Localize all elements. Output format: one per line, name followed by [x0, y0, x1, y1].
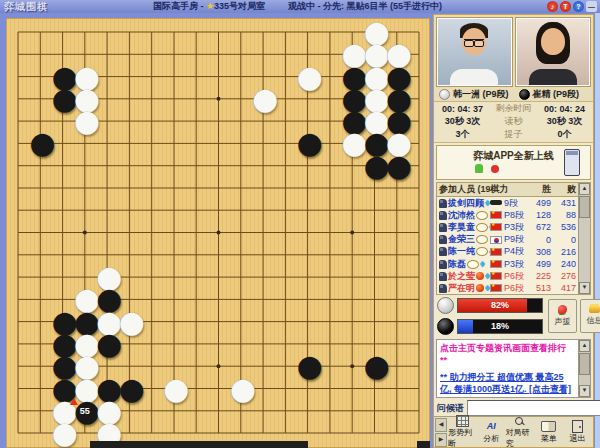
cheer-button[interactable]: 声援: [548, 299, 577, 333]
room-name: 335号对局室: [214, 1, 265, 11]
collapse-right-icon[interactable]: ▶: [435, 433, 447, 447]
star-icon: ★: [206, 1, 214, 11]
toolbar-button-label: 菜单: [541, 433, 557, 444]
black-stone-icon: [519, 89, 530, 100]
speech-bubble-icon: [476, 223, 488, 232]
glasses: [464, 39, 484, 46]
go-board[interactable]: ●●●●●●●●●●●●●●●●●●●●●●●●●●●●●●●●●●●●●●●●…: [6, 18, 430, 448]
window-buttons: ♪T?—: [547, 1, 597, 12]
participant-rank: P9段: [504, 233, 524, 246]
sunglasses-icon: [490, 201, 502, 205]
black-vote-pct: 18%: [458, 320, 542, 333]
speech-bubble-icon: [476, 211, 488, 220]
board-grid: [6, 18, 430, 448]
loss-count: 417: [551, 283, 578, 293]
exit-icon: [572, 420, 583, 433]
thumb-icon: [439, 235, 447, 244]
participant-rank: P3段: [504, 258, 524, 271]
white-byoyomi: 30秒 3次: [434, 115, 491, 128]
participant-rank: P4段: [504, 245, 524, 258]
scroll-up-icon[interactable]: ▲: [579, 340, 590, 352]
ball-icon: [476, 284, 484, 292]
toolbar-button-menu[interactable]: 菜单: [534, 419, 563, 446]
gem-icon: ♦: [480, 259, 485, 269]
loss-count: 216: [551, 247, 578, 257]
col-participants: 参加人员 (196): [437, 183, 490, 196]
black-vote-bar: 18%: [457, 319, 543, 334]
participant-header: 参加人员 (196) 棋力 胜 败: [437, 183, 578, 197]
participant-rank: 9段: [504, 197, 518, 210]
participant-name: 拔剑四顾: [448, 197, 484, 210]
toolbar-button-ai[interactable]: AI分析: [477, 419, 506, 446]
loss-count: 240: [551, 259, 578, 269]
white-player-photo: [437, 18, 512, 86]
button-label: 信息: [587, 315, 600, 326]
title-bar: 弈城围棋 国际高手房 - ★335号对局室 观战中 - 分先: 黑贴6目半 (5…: [0, 0, 600, 13]
white-ball-icon: [437, 297, 454, 314]
scroll-up-icon[interactable]: ▲: [579, 183, 590, 195]
window-frame-edge: [595, 13, 600, 448]
phone-icon: [564, 149, 580, 176]
white-captures: 3个: [434, 128, 491, 141]
room-prefix: 国际高手房 -: [153, 1, 204, 11]
toolbar-button-label: 退出: [570, 433, 586, 444]
thumb-icon: [439, 223, 447, 232]
android-icon: [475, 164, 483, 173]
grid-icon: [456, 415, 469, 427]
loss-count: 276: [551, 271, 578, 281]
black-player: 崔精 (P9段): [514, 88, 594, 101]
participant-rank: P6段: [504, 282, 524, 294]
kr-flag-icon: [490, 236, 502, 244]
button-label: 声援: [555, 316, 571, 327]
participant-row[interactable]: 拔剑四顾♦9段499431: [437, 197, 578, 209]
chat-input[interactable]: [467, 400, 600, 416]
loss-count: 431: [551, 198, 578, 208]
participant-scrollbar[interactable]: ▲ ▼: [578, 183, 590, 294]
loss-count: 536: [551, 222, 578, 232]
black-ball-icon: [437, 318, 454, 335]
thumb-icon: [439, 260, 447, 269]
win-count: 0: [526, 235, 551, 245]
scroll-down-icon[interactable]: ▼: [579, 282, 590, 294]
win-count: 225: [526, 271, 551, 281]
time-label: 剩余时间: [491, 102, 536, 115]
apple-icon: [491, 165, 499, 173]
win-count: 513: [526, 283, 551, 293]
participant-rank: P6段: [504, 270, 524, 283]
white-player: 韩一洲 (P9段): [434, 88, 514, 101]
participant-row[interactable]: 沈沛然P8段12888: [437, 209, 578, 221]
sound-icon[interactable]: ♪: [547, 1, 558, 12]
scroll-thumb[interactable]: [579, 196, 590, 218]
col-loss: 败: [551, 183, 578, 196]
black-player-name: 崔精 (P9段): [533, 88, 580, 101]
loss-count: 88: [551, 210, 578, 220]
win-count: 499: [526, 259, 551, 269]
white-stone-icon: [439, 89, 450, 100]
byoyomi-label: 读秒: [491, 115, 536, 128]
menu-icon: [541, 421, 556, 432]
participant-row[interactable]: 李昊童♦P3段672536: [437, 221, 578, 233]
speech-bubble-icon: [476, 235, 488, 244]
toolbar-button-label: 对局研究: [506, 427, 535, 448]
player-photos: [434, 15, 593, 87]
game-status: 观战中 - 分先: 黑贴6目半 (55手进行中): [288, 1, 442, 11]
win-count: 672: [526, 222, 551, 232]
win-count: 499: [526, 198, 551, 208]
participant-name: 金荣三: [448, 233, 475, 246]
app-logo: 弈城围棋: [4, 0, 48, 14]
notice-text: 点击主页专题资讯画面查看排行 **: [440, 342, 575, 366]
toolbar-button-exit[interactable]: 退出: [563, 419, 592, 446]
thumb-icon: [439, 199, 447, 208]
ticker-icon[interactable]: T: [560, 1, 571, 12]
bottom-toolbar: ◀ ▶ 形势判断AI分析对局研究菜单退出: [434, 416, 593, 447]
win-count: 128: [526, 210, 551, 220]
col-rank: 棋力: [490, 183, 526, 196]
clock-panel: 00: 04: 37 剩余时间 00: 04: 24 30秒 3次 读秒 30秒…: [434, 102, 593, 143]
black-captures: 0个: [536, 128, 593, 141]
cn-flag-icon: [490, 211, 502, 219]
white-time: 00: 04: 37: [434, 104, 491, 114]
participant-name: 严在明: [448, 282, 475, 294]
thumb-icon: [439, 211, 447, 220]
notice-board: 点击主页专题资讯画面查看排行 **** 助力押分王 超值优惠 最高25亿, 每满…: [436, 339, 591, 398]
participant-list: 参加人员 (196) 棋力 胜 败 拔剑四顾♦9段499431沈沛然P8段128…: [436, 182, 591, 295]
col-win: 胜: [526, 183, 551, 196]
black-time: 00: 04: 24: [536, 104, 593, 114]
taskbar-fragment: [90, 441, 308, 448]
participant-rank: P8段: [504, 209, 524, 222]
minimize-icon[interactable]: —: [586, 1, 597, 12]
black-vote-row: 18%: [437, 318, 543, 335]
scroll-down-icon[interactable]: ▼: [579, 385, 590, 397]
white-vote-bar: 82%: [457, 298, 543, 313]
speech-bubble-icon: [467, 260, 479, 269]
cn-flag-icon: [490, 248, 502, 256]
info-button[interactable]: 信息: [580, 299, 600, 333]
help-icon[interactable]: ?: [573, 1, 584, 12]
toolbar-button-study[interactable]: 对局研究: [506, 419, 535, 446]
black-player-photo: [516, 18, 591, 86]
vote-panel: 82% 18% 声援信息押分: [434, 295, 593, 337]
white-player-name: 韩一洲 (P9段): [453, 88, 509, 101]
thumb-icon: [439, 284, 447, 293]
participant-name: 陈磊: [448, 258, 466, 271]
thumb-icon: [439, 247, 447, 256]
toolbar-button-grid[interactable]: 形势判断: [448, 419, 477, 446]
app-promo-banner[interactable]: 弈城APP全新上线: [436, 145, 591, 180]
participant-row[interactable]: 严在明♦P6段513417: [437, 282, 578, 294]
white-vote-row: 82%: [437, 297, 543, 314]
white-vote-pct: 82%: [458, 299, 542, 312]
window-title: 国际高手房 - ★335号对局室 观战中 - 分先: 黑贴6目半 (55手进行中…: [48, 0, 547, 13]
cn-flag-icon: [490, 223, 502, 231]
ball-icon: [476, 272, 484, 280]
participant-name: 於之莹: [448, 270, 475, 283]
collapse-left-icon[interactable]: ◀: [435, 418, 447, 432]
toolbar-button-label: 形势判断: [448, 427, 477, 448]
notice-link[interactable]: ** 助力押分王 超值优惠 最高25亿, 每满1000再送1亿. [点击查看] …: [440, 371, 575, 397]
participant-name: 李昊童: [448, 221, 475, 234]
cn-flag-icon: [490, 284, 502, 292]
participant-row[interactable]: 於之莹♦P6段225276: [437, 270, 578, 282]
scroll-thumb[interactable]: [579, 353, 590, 375]
game-info-panel: 韩一洲 (P9段) 崔精 (P9段) 00: 04: 37 剩余时间 00: 0…: [433, 14, 594, 448]
win-count: 308: [526, 247, 551, 257]
thumb-icon: [439, 272, 447, 281]
loss-count: 0: [551, 235, 578, 245]
taskbar-fragment: [417, 441, 430, 448]
cn-flag-icon: [490, 272, 502, 280]
speech-bubble-icon: [476, 247, 488, 256]
player-names: 韩一洲 (P9段) 崔精 (P9段): [434, 87, 593, 102]
study-icon: [514, 416, 526, 426]
participant-rank: P3段: [504, 221, 524, 234]
captures-label: 提子: [491, 128, 536, 141]
participant-name: 陈一纯: [448, 245, 475, 258]
participant-row[interactable]: 陈一纯♦P4段308216: [437, 246, 578, 258]
ai-icon: AI: [487, 421, 496, 431]
participant-row[interactable]: 金荣三P9段00: [437, 234, 578, 246]
cheer-icon: [558, 305, 567, 314]
black-byoyomi: 30秒 3次: [536, 115, 593, 128]
info-icon: [589, 306, 600, 313]
cn-flag-icon: [490, 260, 502, 268]
participant-row[interactable]: 陈磊♦P3段499240: [437, 258, 578, 270]
notice-scrollbar[interactable]: ▲ ▼: [578, 340, 590, 397]
toolbar-button-label: 分析: [483, 433, 499, 444]
chat-label: 问候语: [437, 402, 464, 415]
participant-name: 沈沛然: [448, 209, 475, 222]
